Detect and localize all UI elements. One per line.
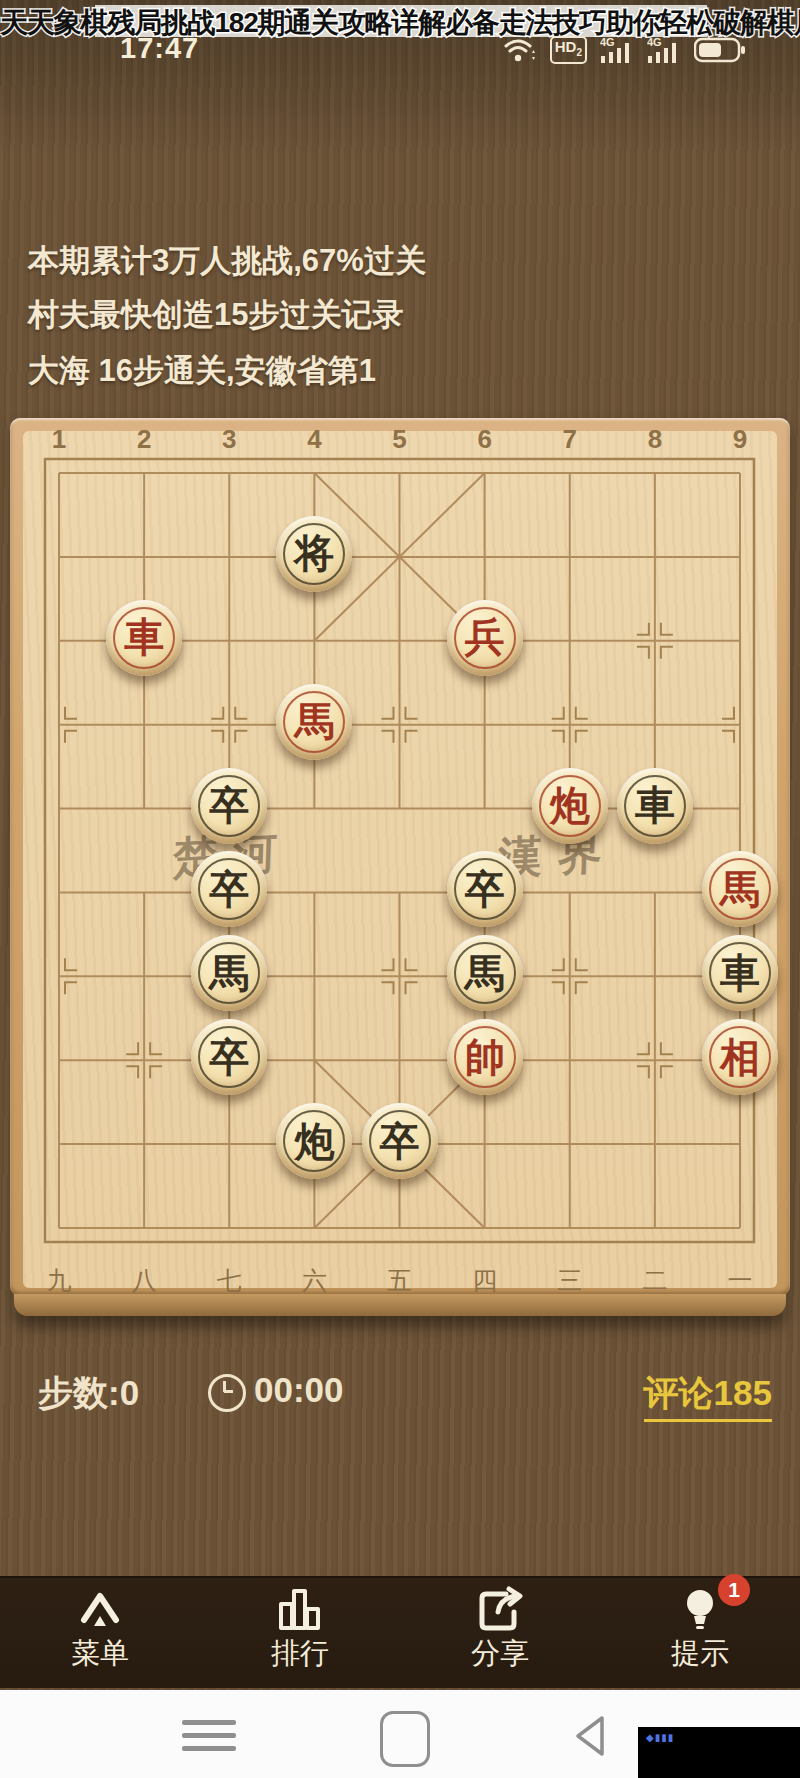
timer-value: 00:00	[254, 1370, 344, 1410]
home-icon[interactable]	[380, 1711, 430, 1767]
file-label-bottom: 五	[383, 1264, 417, 1297]
challenge-info-line1: 本期累计3万人挑战,67%过关	[28, 240, 768, 282]
piece-red-相[interactable]: 相	[702, 1019, 778, 1095]
piece-character: 車	[702, 935, 778, 1011]
piece-character: 兵	[447, 600, 523, 676]
piece-character: 相	[702, 1019, 778, 1095]
hint-badge: 1	[718, 1574, 750, 1606]
piece-character: 馬	[447, 935, 523, 1011]
nav-item-排行[interactable]: 排行	[220, 1576, 380, 1688]
piece-character: 炮	[532, 768, 608, 844]
file-label-top: 7	[555, 424, 585, 455]
file-label-top: 1	[44, 424, 74, 455]
piece-black-将[interactable]: 将	[276, 516, 352, 592]
piece-character: 車	[106, 600, 182, 676]
file-label-bottom: 九	[42, 1264, 76, 1297]
battery-icon	[694, 37, 746, 63]
piece-character: 将	[276, 516, 352, 592]
clock-time: 17:47	[120, 32, 199, 65]
menu-chevron-icon	[20, 1586, 180, 1632]
nav-item-label: 排行	[220, 1634, 380, 1674]
piece-black-卒[interactable]: 卒	[362, 1103, 438, 1179]
piece-character: 卒	[447, 851, 523, 927]
file-label-top: 5	[385, 424, 415, 455]
piece-character: 卒	[191, 1019, 267, 1095]
file-label-top: 4	[299, 424, 329, 455]
nav-item-提示[interactable]: 提示1	[620, 1576, 780, 1688]
wifi-icon	[503, 37, 537, 63]
watermark-icon: ◆▮▮▮	[646, 1732, 674, 1743]
challenge-info-line2: 村夫最快创造15步过关记录	[28, 294, 768, 336]
piece-character: 馬	[702, 851, 778, 927]
screen: 天天象棋残局挑战182期通关攻略详解必备走法技巧助你轻松破解棋局 17:47 H…	[0, 0, 800, 1778]
svg-text:4G: 4G	[647, 36, 662, 48]
piece-red-兵[interactable]: 兵	[447, 600, 523, 676]
nav-item-分享[interactable]: 分享	[420, 1576, 580, 1688]
piece-character: 卒	[191, 851, 267, 927]
file-label-bottom: 六	[297, 1264, 331, 1297]
xiangqi-board[interactable]: 123456789九八七六五四三二一 楚河 漢界 将車兵馬卒炮車卒卒馬馬馬車卒帥…	[10, 418, 790, 1296]
piece-black-炮[interactable]: 炮	[276, 1103, 352, 1179]
piece-black-卒[interactable]: 卒	[191, 851, 267, 927]
file-label-bottom: 八	[127, 1264, 161, 1297]
piece-character: 卒	[191, 768, 267, 844]
piece-red-帥[interactable]: 帥	[447, 1019, 523, 1095]
bottom-nav-bar: 菜单排行分享提示1	[0, 1576, 800, 1688]
challenge-info-line3: 大海 16步通关,安徽省第1	[28, 350, 768, 392]
piece-character: 馬	[191, 935, 267, 1011]
piece-character: 車	[617, 768, 693, 844]
file-label-top: 2	[129, 424, 159, 455]
file-label-bottom: 四	[468, 1264, 502, 1297]
piece-red-車[interactable]: 車	[106, 600, 182, 676]
piece-black-車[interactable]: 車	[617, 768, 693, 844]
piece-black-車[interactable]: 車	[702, 935, 778, 1011]
file-label-top: 9	[725, 424, 755, 455]
share-icon	[420, 1586, 580, 1632]
signal-4g-icon: 4G	[600, 36, 634, 64]
hd-volte-icon: HD2	[550, 36, 587, 64]
file-label-top: 6	[470, 424, 500, 455]
hint-bulb-icon	[620, 1586, 780, 1632]
piece-character: 炮	[276, 1103, 352, 1179]
piece-black-馬[interactable]: 馬	[191, 935, 267, 1011]
status-icons: HD2 4G 4G	[503, 36, 746, 64]
piece-red-馬[interactable]: 馬	[702, 851, 778, 927]
move-counter: 步数:0	[38, 1370, 139, 1417]
piece-character: 馬	[276, 684, 352, 760]
piece-red-馬[interactable]: 馬	[276, 684, 352, 760]
nav-item-label: 提示	[620, 1634, 780, 1674]
svg-text:4G: 4G	[600, 36, 615, 48]
piece-black-馬[interactable]: 馬	[447, 935, 523, 1011]
file-label-bottom: 一	[723, 1264, 757, 1297]
signal-4g-icon: 4G	[647, 36, 681, 64]
file-label-top: 3	[214, 424, 244, 455]
file-label-top: 8	[640, 424, 670, 455]
file-label-bottom: 七	[212, 1264, 246, 1297]
nav-item-label: 分享	[420, 1634, 580, 1674]
piece-black-卒[interactable]: 卒	[191, 1019, 267, 1095]
piece-character: 卒	[362, 1103, 438, 1179]
nav-item-菜单[interactable]: 菜单	[20, 1576, 180, 1688]
piece-red-炮[interactable]: 炮	[532, 768, 608, 844]
watermark-overlay: ◆▮▮▮	[638, 1727, 800, 1778]
back-icon[interactable]	[570, 1712, 612, 1764]
nav-item-label: 菜单	[20, 1634, 180, 1674]
piece-black-卒[interactable]: 卒	[191, 768, 267, 844]
file-label-bottom: 二	[638, 1264, 672, 1297]
stats-bar: 步数:0 00:00 评论185	[0, 1370, 800, 1416]
piece-character: 帥	[447, 1019, 523, 1095]
comments-link[interactable]: 评论185	[644, 1370, 772, 1422]
piece-black-卒[interactable]: 卒	[447, 851, 523, 927]
ranking-bars-icon	[220, 1586, 380, 1632]
recent-apps-icon[interactable]	[182, 1718, 236, 1752]
file-label-bottom: 三	[553, 1264, 587, 1297]
timer-clock-icon	[208, 1374, 246, 1412]
